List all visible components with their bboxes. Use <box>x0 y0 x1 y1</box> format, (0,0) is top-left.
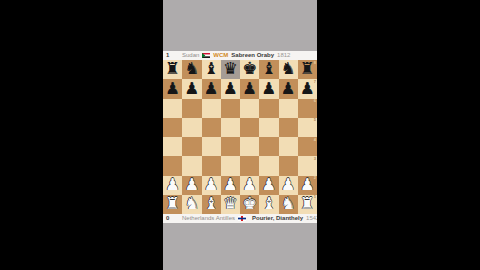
chess-board[interactable]: ♜♞♝♛♚♝♞♜8♟♟♟♟♟♟♟♟76543♟♟♟♟♟♟♟♟2♜♞♝♛♚♝♞♜1 <box>163 60 317 214</box>
square-c6[interactable] <box>202 99 221 118</box>
square-a5[interactable] <box>163 118 182 137</box>
square-g7[interactable]: ♟ <box>279 79 298 98</box>
netherlands-antilles-flag-icon <box>238 216 246 221</box>
black-knight: ♞ <box>281 61 296 78</box>
white-queen: ♛ <box>223 196 238 213</box>
white-knight: ♞ <box>281 196 296 213</box>
square-e3[interactable] <box>240 156 259 175</box>
square-d5[interactable] <box>221 118 240 137</box>
square-a1[interactable]: ♜ <box>163 195 182 214</box>
square-c8[interactable]: ♝ <box>202 60 221 79</box>
square-h7[interactable]: ♟7 <box>298 79 317 98</box>
white-score: 0 <box>166 214 179 223</box>
black-knight: ♞ <box>184 61 199 78</box>
square-b8[interactable]: ♞ <box>182 60 201 79</box>
square-a3[interactable] <box>163 156 182 175</box>
square-h6[interactable]: 6 <box>298 99 317 118</box>
square-d2[interactable]: ♟ <box>221 176 240 195</box>
black-bishop: ♝ <box>204 61 219 78</box>
square-a2[interactable]: ♟ <box>163 176 182 195</box>
square-h4[interactable]: 4 <box>298 137 317 156</box>
black-rook: ♜ <box>165 61 180 78</box>
square-h1[interactable]: ♜1 <box>298 195 317 214</box>
letterbox-frame: 1 Sudan WCM Sabreen Oraby 1812 ♜♞♝♛♚♝♞♜8… <box>0 0 480 270</box>
white-pawn: ♟ <box>261 176 276 193</box>
rank-coordinate-5: 5 <box>314 118 316 122</box>
square-d1[interactable]: ♛ <box>221 195 240 214</box>
white-pawn: ♟ <box>300 176 315 193</box>
sudan-flag-icon <box>202 53 210 58</box>
video-top-filler <box>163 0 317 51</box>
square-f4[interactable] <box>259 137 278 156</box>
black-pawn: ♟ <box>242 80 257 97</box>
square-b5[interactable] <box>182 118 201 137</box>
rank-coordinate-3: 3 <box>314 157 316 161</box>
white-bishop: ♝ <box>261 196 276 213</box>
rank-coordinate-4: 4 <box>314 138 316 142</box>
square-d4[interactable] <box>221 137 240 156</box>
square-a7[interactable]: ♟ <box>163 79 182 98</box>
square-a4[interactable] <box>163 137 182 156</box>
rank-coordinate-6: 6 <box>314 99 316 103</box>
square-h8[interactable]: ♜8 <box>298 60 317 79</box>
square-f7[interactable]: ♟ <box>259 79 278 98</box>
square-e6[interactable] <box>240 99 259 118</box>
square-g4[interactable] <box>279 137 298 156</box>
square-c1[interactable]: ♝ <box>202 195 221 214</box>
square-c7[interactable]: ♟ <box>202 79 221 98</box>
square-f1[interactable]: ♝ <box>259 195 278 214</box>
square-f2[interactable]: ♟ <box>259 176 278 195</box>
square-g6[interactable] <box>279 99 298 118</box>
white-pawn: ♟ <box>184 176 199 193</box>
square-a8[interactable]: ♜ <box>163 60 182 79</box>
square-f8[interactable]: ♝ <box>259 60 278 79</box>
white-pawn: ♟ <box>204 176 219 193</box>
square-c2[interactable]: ♟ <box>202 176 221 195</box>
square-b3[interactable] <box>182 156 201 175</box>
square-e8[interactable]: ♚ <box>240 60 259 79</box>
white-federation: Netherlands Antilles <box>182 214 235 223</box>
square-g3[interactable] <box>279 156 298 175</box>
square-b2[interactable]: ♟ <box>182 176 201 195</box>
black-pawn: ♟ <box>165 80 180 97</box>
square-c4[interactable] <box>202 137 221 156</box>
square-h5[interactable]: 5 <box>298 118 317 137</box>
black-rook: ♜ <box>300 61 315 78</box>
black-pawn: ♟ <box>281 80 296 97</box>
square-f6[interactable] <box>259 99 278 118</box>
white-pawn: ♟ <box>165 176 180 193</box>
white-pawn: ♟ <box>223 176 238 193</box>
square-h3[interactable]: 3 <box>298 156 317 175</box>
square-a6[interactable] <box>163 99 182 118</box>
white-rook: ♜ <box>165 196 180 213</box>
black-pawn: ♟ <box>223 80 238 97</box>
square-g8[interactable]: ♞ <box>279 60 298 79</box>
white-pawn: ♟ <box>281 176 296 193</box>
black-pawn: ♟ <box>261 80 276 97</box>
square-d6[interactable] <box>221 99 240 118</box>
square-b4[interactable] <box>182 137 201 156</box>
black-bishop: ♝ <box>261 61 276 78</box>
square-e4[interactable] <box>240 137 259 156</box>
black-pawn: ♟ <box>184 80 199 97</box>
square-e2[interactable]: ♟ <box>240 176 259 195</box>
square-g5[interactable] <box>279 118 298 137</box>
square-b1[interactable]: ♞ <box>182 195 201 214</box>
white-king: ♚ <box>242 196 257 213</box>
black-pawn: ♟ <box>204 80 219 97</box>
white-rating: 1542 <box>306 214 317 223</box>
square-d7[interactable]: ♟ <box>221 79 240 98</box>
square-b6[interactable] <box>182 99 201 118</box>
white-pawn: ♟ <box>242 176 257 193</box>
square-e7[interactable]: ♟ <box>240 79 259 98</box>
player-bar-white: 0 Netherlands Antilles Pourier, Dianthel… <box>163 214 317 223</box>
white-player-name[interactable]: Pourier, Dianthely <box>252 214 303 223</box>
square-d3[interactable] <box>221 156 240 175</box>
square-b7[interactable]: ♟ <box>182 79 201 98</box>
square-g2[interactable]: ♟ <box>279 176 298 195</box>
black-pawn: ♟ <box>300 80 315 97</box>
square-e5[interactable] <box>240 118 259 137</box>
square-d8[interactable]: ♛ <box>221 60 240 79</box>
video-bottom-filler <box>163 223 317 270</box>
white-rook: ♜ <box>300 196 315 213</box>
square-h2[interactable]: ♟2 <box>298 176 317 195</box>
black-king: ♚ <box>242 61 257 78</box>
square-c3[interactable] <box>202 156 221 175</box>
white-bishop: ♝ <box>204 196 219 213</box>
square-e1[interactable]: ♚ <box>240 195 259 214</box>
white-knight: ♞ <box>184 196 199 213</box>
square-f5[interactable] <box>259 118 278 137</box>
square-f3[interactable] <box>259 156 278 175</box>
vertical-video: 1 Sudan WCM Sabreen Oraby 1812 ♜♞♝♛♚♝♞♜8… <box>163 0 317 270</box>
square-g1[interactable]: ♞ <box>279 195 298 214</box>
square-c5[interactable] <box>202 118 221 137</box>
black-queen: ♛ <box>223 61 238 78</box>
